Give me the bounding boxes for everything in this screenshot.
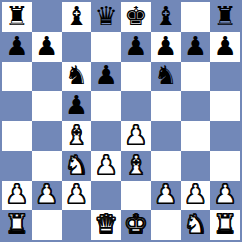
- square-e3[interactable]: ♝: [121, 151, 151, 181]
- black-pawn-icon: ♟: [94, 62, 117, 88]
- square-h8[interactable]: ♜: [210, 2, 240, 32]
- white-bishop-icon: ♝: [65, 122, 88, 148]
- square-e1[interactable]: ♚: [121, 210, 151, 240]
- black-pawn-icon: ♟: [124, 33, 147, 59]
- square-c6[interactable]: ♞: [62, 62, 92, 92]
- white-knight-icon: ♞: [184, 211, 207, 237]
- square-g8[interactable]: [181, 2, 211, 32]
- square-b8[interactable]: [32, 2, 62, 32]
- square-d4[interactable]: [91, 121, 121, 151]
- square-h3[interactable]: [210, 151, 240, 181]
- square-e4[interactable]: ♟: [121, 121, 151, 151]
- square-f1[interactable]: [151, 210, 181, 240]
- square-a5[interactable]: [2, 91, 32, 121]
- square-f7[interactable]: ♟: [151, 32, 181, 62]
- black-pawn-icon: ♟: [65, 92, 88, 118]
- square-a1[interactable]: ♜: [2, 210, 32, 240]
- square-d6[interactable]: ♟: [91, 62, 121, 92]
- black-pawn-icon: ♟: [5, 33, 28, 59]
- square-f5[interactable]: [151, 91, 181, 121]
- square-b1[interactable]: [32, 210, 62, 240]
- square-c7[interactable]: [62, 32, 92, 62]
- square-c8[interactable]: ♝: [62, 2, 92, 32]
- square-d7[interactable]: [91, 32, 121, 62]
- white-rook-icon: ♜: [5, 211, 28, 237]
- square-e7[interactable]: ♟: [121, 32, 151, 62]
- square-a6[interactable]: [2, 62, 32, 92]
- square-d5[interactable]: [91, 91, 121, 121]
- square-h7[interactable]: ♟: [210, 32, 240, 62]
- white-queen-icon: ♛: [94, 211, 117, 237]
- white-pawn-icon: ♟: [154, 181, 177, 207]
- white-pawn-icon: ♟: [35, 181, 58, 207]
- white-king-icon: ♚: [124, 211, 147, 237]
- square-d8[interactable]: ♛: [91, 2, 121, 32]
- black-pawn-icon: ♟: [184, 33, 207, 59]
- square-d3[interactable]: ♟: [91, 151, 121, 181]
- square-h5[interactable]: [210, 91, 240, 121]
- black-king-icon: ♚: [124, 3, 147, 29]
- square-b2[interactable]: ♟: [32, 181, 62, 211]
- black-bishop-icon: ♝: [154, 3, 177, 29]
- square-g7[interactable]: ♟: [181, 32, 211, 62]
- square-b3[interactable]: [32, 151, 62, 181]
- square-e5[interactable]: [121, 91, 151, 121]
- black-pawn-icon: ♟: [35, 33, 58, 59]
- square-d2[interactable]: [91, 181, 121, 211]
- square-g4[interactable]: [181, 121, 211, 151]
- black-knight-icon: ♞: [154, 62, 177, 88]
- square-f4[interactable]: [151, 121, 181, 151]
- white-pawn-icon: ♟: [65, 181, 88, 207]
- white-pawn-icon: ♟: [124, 122, 147, 148]
- square-g3[interactable]: [181, 151, 211, 181]
- square-b5[interactable]: [32, 91, 62, 121]
- chess-board: ♜♝♛♚♝♜♟♟♟♟♟♟♞♟♞♟♝♟♞♟♝♟♟♟♟♟♟♜♛♚♞♜: [0, 0, 242, 242]
- white-pawn-icon: ♟: [213, 181, 236, 207]
- white-pawn-icon: ♟: [5, 181, 28, 207]
- square-f6[interactable]: ♞: [151, 62, 181, 92]
- square-g1[interactable]: ♞: [181, 210, 211, 240]
- square-g6[interactable]: [181, 62, 211, 92]
- square-h1[interactable]: ♜: [210, 210, 240, 240]
- square-e6[interactable]: [121, 62, 151, 92]
- square-a8[interactable]: ♜: [2, 2, 32, 32]
- square-h6[interactable]: [210, 62, 240, 92]
- white-knight-icon: ♞: [65, 152, 88, 178]
- square-g5[interactable]: [181, 91, 211, 121]
- square-h2[interactable]: ♟: [210, 181, 240, 211]
- square-b6[interactable]: [32, 62, 62, 92]
- black-queen-icon: ♛: [94, 3, 117, 29]
- black-bishop-icon: ♝: [65, 3, 88, 29]
- square-c2[interactable]: ♟: [62, 181, 92, 211]
- square-f3[interactable]: [151, 151, 181, 181]
- white-rook-icon: ♜: [213, 211, 236, 237]
- square-c3[interactable]: ♞: [62, 151, 92, 181]
- square-c4[interactable]: ♝: [62, 121, 92, 151]
- black-rook-icon: ♜: [213, 3, 236, 29]
- black-rook-icon: ♜: [5, 3, 28, 29]
- white-pawn-icon: ♟: [184, 181, 207, 207]
- square-a3[interactable]: [2, 151, 32, 181]
- square-f8[interactable]: ♝: [151, 2, 181, 32]
- square-b4[interactable]: [32, 121, 62, 151]
- black-pawn-icon: ♟: [213, 33, 236, 59]
- square-e8[interactable]: ♚: [121, 2, 151, 32]
- square-f2[interactable]: ♟: [151, 181, 181, 211]
- square-c5[interactable]: ♟: [62, 91, 92, 121]
- white-bishop-icon: ♝: [124, 152, 147, 178]
- square-h4[interactable]: [210, 121, 240, 151]
- square-e2[interactable]: [121, 181, 151, 211]
- square-c1[interactable]: [62, 210, 92, 240]
- square-a2[interactable]: ♟: [2, 181, 32, 211]
- square-a4[interactable]: [2, 121, 32, 151]
- white-pawn-icon: ♟: [94, 152, 117, 178]
- square-g2[interactable]: ♟: [181, 181, 211, 211]
- square-b7[interactable]: ♟: [32, 32, 62, 62]
- black-pawn-icon: ♟: [154, 33, 177, 59]
- square-d1[interactable]: ♛: [91, 210, 121, 240]
- black-knight-icon: ♞: [65, 62, 88, 88]
- square-a7[interactable]: ♟: [2, 32, 32, 62]
